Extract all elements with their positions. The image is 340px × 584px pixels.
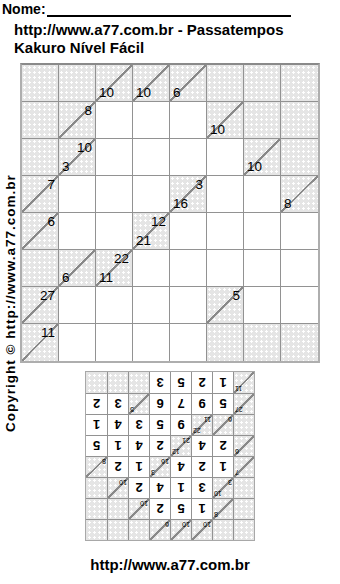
puzzle-block-r0c1 (59, 65, 96, 102)
solution-cell-r3c2: 2 (191, 456, 212, 477)
solution-clue-r5c2: 2211 (191, 414, 212, 435)
site-header: http://www.a77.com.br - Passatempos (14, 21, 284, 38)
solution-block-r0c5 (128, 519, 149, 540)
solution-cell-r4c4: 2 (149, 435, 170, 456)
puzzle-cell-r5c4[interactable] (170, 250, 207, 287)
solution-block-r1c7 (86, 498, 107, 519)
solution-cell-r5c5: 3 (128, 414, 149, 435)
puzzle-cell-r1c2[interactable] (96, 102, 133, 139)
puzzle-block-r7c7 (281, 324, 318, 361)
solution-cell-r2c3: 1 (170, 477, 191, 498)
solution-cell-r5c7: 1 (86, 414, 107, 435)
across-clue-8: 8 (214, 511, 218, 518)
solution-clue-r0c2: 10 (191, 519, 212, 540)
puzzle-cell-r1c4[interactable] (170, 102, 207, 139)
across-clue-6: 6 (235, 448, 239, 455)
solution-cell-r5c4: 5 (149, 414, 170, 435)
across-clue-5: 5 (130, 406, 134, 413)
name-label: Nome: (2, 1, 46, 17)
puzzle-cell-r5c5[interactable] (207, 250, 244, 287)
puzzle-cell-r3c2[interactable] (96, 176, 133, 213)
puzzle-cell-r4c5[interactable] (207, 213, 244, 250)
puzzle-clue-r5c2: 2211 (96, 250, 133, 287)
solution-cell-r4c6: 1 (107, 435, 128, 456)
puzzle-cell-r4c6[interactable] (244, 213, 281, 250)
down-clue-10: 10 (247, 160, 262, 174)
puzzle-block-r1c0 (22, 102, 59, 139)
across-clue-27: 27 (235, 406, 243, 413)
puzzle-cell-r2c3[interactable] (133, 139, 170, 176)
solution-clue-r4c3: 1221 (170, 435, 191, 456)
puzzle-block-r0c6 (244, 65, 281, 102)
puzzle-block-r0c7 (281, 65, 318, 102)
across-clue-8: 8 (84, 104, 92, 118)
solution-clue-r1c5: 10 (128, 498, 149, 519)
puzzle-cell-r3c6[interactable] (244, 176, 281, 213)
solution-block-r1c6 (107, 498, 128, 519)
down-clue-6: 6 (62, 271, 70, 285)
down-clue-6: 6 (165, 521, 169, 528)
solution-block-r7c5 (128, 372, 149, 393)
down-clue-21: 21 (136, 234, 151, 248)
solution-clue-r2c6: 10 (107, 477, 128, 498)
puzzle-clue-r3c0: 7 (22, 176, 59, 213)
across-clue-3: 3 (195, 178, 203, 192)
solution-clue-r4c0: 6 (233, 435, 254, 456)
solution-cell-r2c2: 3 (191, 477, 212, 498)
puzzle-cell-r2c4[interactable] (170, 139, 207, 176)
puzzle-cell-r6c2[interactable] (96, 287, 133, 324)
puzzle-block-r7c5 (207, 324, 244, 361)
solution-clue-r2c1: 103 (212, 477, 233, 498)
puzzle-clue-r4c3: 1221 (133, 213, 170, 250)
puzzle-cell-r1c3[interactable] (133, 102, 170, 139)
across-clue-3: 3 (151, 469, 155, 476)
puzzle-clue-r0c4: 6 (170, 65, 207, 102)
down-clue-10: 10 (136, 86, 151, 100)
solution-block-r2c7 (86, 477, 107, 498)
solution-cell-r3c1: 1 (212, 456, 233, 477)
down-clue-6: 6 (173, 86, 181, 100)
solution-cell-r5c3: 9 (170, 414, 191, 435)
down-clue-11: 11 (99, 271, 113, 285)
puzzle-cell-r3c1[interactable] (59, 176, 96, 213)
down-clue-8: 8 (102, 458, 106, 465)
puzzle-cell-r4c2[interactable] (96, 213, 133, 250)
puzzle-clue-r0c2: 10 (96, 65, 133, 102)
puzzle-clue-r2c1: 103 (59, 139, 96, 176)
across-clue-10: 10 (77, 141, 92, 155)
puzzle-cell-r7c3[interactable] (133, 324, 170, 361)
solution-cell-r5c6: 4 (107, 414, 128, 435)
down-clue-10: 10 (99, 86, 114, 100)
puzzle-clue-r3c4: 316 (170, 176, 207, 213)
down-clue-16: 16 (161, 458, 169, 465)
solution-clue-r3c0: 7 (233, 456, 254, 477)
solution-block-r7c6 (107, 372, 128, 393)
puzzle-cell-r6c3[interactable] (133, 287, 170, 324)
puzzle-cell-r5c3[interactable] (133, 250, 170, 287)
down-clue-6: 6 (228, 416, 232, 423)
puzzle-cell-r5c7[interactable] (281, 250, 318, 287)
solution-cell-r4c7: 5 (86, 435, 107, 456)
solution-clue-r1c1: 8 (212, 498, 233, 519)
puzzle-clue-r5c1: 6 (59, 250, 96, 287)
down-clue-10: 10 (210, 123, 225, 137)
puzzle-block-r0c0 (22, 65, 59, 102)
down-clue-10: 10 (140, 500, 148, 507)
across-clue-7: 7 (47, 178, 55, 192)
puzzle-cell-r4c7[interactable] (281, 213, 318, 250)
solution-clue-r6c0: 27 (233, 393, 254, 414)
solution-block-r7c7 (86, 372, 107, 393)
puzzle-clue-r1c1: 8 (59, 102, 96, 139)
down-clue-10: 10 (182, 521, 190, 528)
solution-clue-r6c5: 5 (128, 393, 149, 414)
across-clue-12: 12 (151, 215, 166, 229)
puzzle-cell-r7c2[interactable] (96, 324, 133, 361)
solution-cell-r7c4: 3 (149, 372, 170, 393)
puzzle-block-r1c6 (244, 102, 281, 139)
solution-block-r2c0 (233, 477, 254, 498)
puzzle-cell-r6c7[interactable] (281, 287, 318, 324)
puzzle-cell-r5c6[interactable] (244, 250, 281, 287)
puzzle-clue-r0c3: 10 (133, 65, 170, 102)
solution-cell-r2c5: 2 (128, 477, 149, 498)
puzzle-cell-r7c4[interactable] (170, 324, 207, 361)
puzzle-cell-r6c1[interactable] (59, 287, 96, 324)
solution-cell-r3c3: 4 (170, 456, 191, 477)
solution-clue-r7c0: 11 (233, 372, 254, 393)
solution-cell-r4c5: 4 (128, 435, 149, 456)
solution-cell-r6c2: 9 (191, 393, 212, 414)
down-clue-16: 16 (173, 197, 188, 211)
solution-cell-r6c4: 6 (149, 393, 170, 414)
puzzle-cell-r2c5[interactable] (207, 139, 244, 176)
page-title: Kakuro Nível Fácil (14, 39, 144, 56)
puzzle-cell-r3c5[interactable] (207, 176, 244, 213)
puzzle-block-r2c0 (22, 139, 59, 176)
puzzle-clue-r6c0: 27 (22, 287, 59, 324)
name-fill-line (47, 15, 291, 17)
across-clue-12: 12 (172, 448, 180, 455)
main-kakuro-grid: 101068101031073168612216221127511 (20, 63, 320, 363)
puzzle-clue-r3c7: 8 (281, 176, 318, 213)
solution-clue-r3c4: 316 (149, 456, 170, 477)
down-clue-21: 21 (182, 437, 190, 444)
across-clue-11: 11 (41, 326, 55, 340)
across-clue-6: 6 (47, 215, 55, 229)
footer-url: http://www.a77.com.br (0, 556, 340, 573)
puzzle-cell-r2c2[interactable] (96, 139, 133, 176)
solution-clue-r0c4: 6 (149, 519, 170, 540)
down-clue-11: 11 (204, 416, 211, 423)
puzzle-block-r1c7 (281, 102, 318, 139)
solution-block-r5c0 (233, 414, 254, 435)
puzzle-block-r0c5 (207, 65, 244, 102)
puzzle-clue-r6c5: 5 (207, 287, 244, 324)
puzzle-cell-r4c4[interactable] (170, 213, 207, 250)
solution-cell-r1c3: 5 (170, 498, 191, 519)
solution-clue-r3c7: 8 (86, 456, 107, 477)
puzzle-clue-r2c6: 10 (244, 139, 281, 176)
puzzle-cell-r6c6[interactable] (244, 287, 281, 324)
solution-clue-r0c3: 10 (170, 519, 191, 540)
solution-cell-r6c3: 7 (170, 393, 191, 414)
across-clue-5: 5 (232, 289, 240, 303)
solution-cell-r7c2: 2 (191, 372, 212, 393)
solution-block-r0c7 (86, 519, 107, 540)
down-clue-10: 10 (203, 521, 211, 528)
solution-clue-r5c1: 6 (212, 414, 233, 435)
puzzle-block-r2c7 (281, 139, 318, 176)
solution-grid-rotated: 1010681521010331421071243161286241221241… (85, 371, 255, 541)
puzzle-clue-r4c0: 6 (22, 213, 59, 250)
puzzle-clue-r1c5: 10 (207, 102, 244, 139)
solution-cell-r7c3: 5 (170, 372, 191, 393)
copyright-vertical-text: Copyright © http://www.a77.com.br (3, 74, 18, 432)
solution-block-r0c6 (107, 519, 128, 540)
puzzle-cell-r7c1[interactable] (59, 324, 96, 361)
solution-block-r1c0 (233, 498, 254, 519)
solution-cell-r4c1: 2 (212, 435, 233, 456)
solution-cell-r4c2: 4 (191, 435, 212, 456)
down-clue-10: 10 (119, 479, 127, 486)
across-clue-10: 10 (214, 490, 222, 497)
puzzle-clue-r7c0: 11 (22, 324, 59, 361)
across-clue-11: 11 (235, 385, 242, 392)
solution-cell-r6c6: 3 (107, 393, 128, 414)
puzzle-block-r5c0 (22, 250, 59, 287)
down-clue-3: 3 (228, 479, 232, 486)
across-clue-7: 7 (235, 469, 239, 476)
solution-cell-r3c6: 2 (107, 456, 128, 477)
solution-cell-r6c7: 2 (86, 393, 107, 414)
across-clue-22: 22 (114, 252, 129, 266)
solution-block-r0c1 (212, 519, 233, 540)
down-clue-3: 3 (62, 160, 70, 174)
puzzle-block-r7c6 (244, 324, 281, 361)
solution-cell-r3c5: 1 (128, 456, 149, 477)
across-clue-22: 22 (193, 427, 201, 434)
puzzle-cell-r3c3[interactable] (133, 176, 170, 213)
solution-block-r0c0 (233, 519, 254, 540)
down-clue-8: 8 (284, 197, 292, 211)
solution-cell-r6c1: 5 (212, 393, 233, 414)
solution-cell-r1c2: 1 (191, 498, 212, 519)
puzzle-cell-r4c1[interactable] (59, 213, 96, 250)
puzzle-cell-r6c4[interactable] (170, 287, 207, 324)
solution-cell-r7c1: 1 (212, 372, 233, 393)
solution-cell-r1c4: 2 (149, 498, 170, 519)
across-clue-27: 27 (40, 289, 55, 303)
solution-cell-r2c4: 4 (149, 477, 170, 498)
